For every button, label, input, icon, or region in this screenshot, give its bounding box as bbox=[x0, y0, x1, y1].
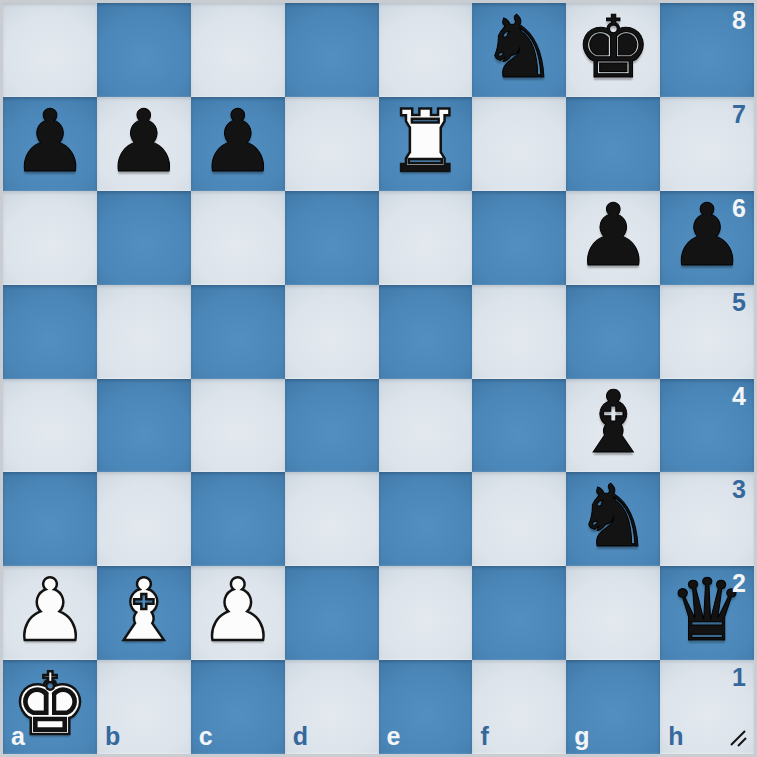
square-e6[interactable] bbox=[379, 191, 473, 285]
rank-label-3: 3 bbox=[732, 477, 746, 502]
square-e8[interactable] bbox=[379, 3, 473, 97]
file-label-e: e bbox=[387, 724, 401, 749]
square-g5[interactable] bbox=[566, 285, 660, 379]
file-label-d: d bbox=[293, 724, 308, 749]
square-a8[interactable] bbox=[3, 3, 97, 97]
piece-black-queen[interactable]: ♛ bbox=[669, 567, 746, 653]
square-h6[interactable]: ♟6 bbox=[660, 191, 754, 285]
square-a2[interactable]: ♟ bbox=[3, 566, 97, 660]
square-g1[interactable]: g bbox=[566, 660, 660, 754]
square-c3[interactable] bbox=[191, 472, 285, 566]
square-a4[interactable] bbox=[3, 379, 97, 473]
file-label-f: f bbox=[480, 724, 488, 749]
piece-black-bishop[interactable]: ♝ bbox=[575, 379, 652, 465]
piece-white-pawn[interactable]: ♟ bbox=[199, 567, 276, 653]
square-d1[interactable]: d bbox=[285, 660, 379, 754]
square-e3[interactable] bbox=[379, 472, 473, 566]
square-b2[interactable]: ♝ bbox=[97, 566, 191, 660]
piece-black-knight[interactable]: ♞ bbox=[481, 4, 558, 90]
square-c8[interactable] bbox=[191, 3, 285, 97]
piece-white-king[interactable]: ♚ bbox=[11, 661, 88, 747]
square-f4[interactable] bbox=[472, 379, 566, 473]
rank-label-4: 4 bbox=[732, 384, 746, 409]
square-c2[interactable]: ♟ bbox=[191, 566, 285, 660]
square-b4[interactable] bbox=[97, 379, 191, 473]
square-f7[interactable] bbox=[472, 97, 566, 191]
square-c1[interactable]: c bbox=[191, 660, 285, 754]
square-g3[interactable]: ♞ bbox=[566, 472, 660, 566]
square-f1[interactable]: f bbox=[472, 660, 566, 754]
square-d6[interactable] bbox=[285, 191, 379, 285]
file-label-c: c bbox=[199, 724, 213, 749]
piece-black-pawn[interactable]: ♟ bbox=[199, 98, 276, 184]
square-g6[interactable]: ♟ bbox=[566, 191, 660, 285]
square-e7[interactable]: ♜ bbox=[379, 97, 473, 191]
square-e1[interactable]: e bbox=[379, 660, 473, 754]
file-label-g: g bbox=[574, 724, 589, 749]
square-b3[interactable] bbox=[97, 472, 191, 566]
square-h1[interactable]: 1h bbox=[660, 660, 754, 754]
square-a7[interactable]: ♟ bbox=[3, 97, 97, 191]
piece-white-rook[interactable]: ♜ bbox=[387, 98, 464, 184]
square-g8[interactable]: ♚ bbox=[566, 3, 660, 97]
chess-board: ♞♚8♟♟♟♜7♟♟65♝4♞3♟♝♟♛2♚abcdefg1h bbox=[0, 0, 757, 757]
square-a5[interactable] bbox=[3, 285, 97, 379]
square-f8[interactable]: ♞ bbox=[472, 3, 566, 97]
square-a3[interactable] bbox=[3, 472, 97, 566]
square-d8[interactable] bbox=[285, 3, 379, 97]
square-d2[interactable] bbox=[285, 566, 379, 660]
square-d7[interactable] bbox=[285, 97, 379, 191]
square-f2[interactable] bbox=[472, 566, 566, 660]
square-h4[interactable]: 4 bbox=[660, 379, 754, 473]
square-g4[interactable]: ♝ bbox=[566, 379, 660, 473]
square-b1[interactable]: b bbox=[97, 660, 191, 754]
square-e5[interactable] bbox=[379, 285, 473, 379]
piece-black-pawn[interactable]: ♟ bbox=[575, 192, 652, 278]
rank-label-8: 8 bbox=[732, 8, 746, 33]
piece-black-knight[interactable]: ♞ bbox=[575, 473, 652, 559]
square-d3[interactable] bbox=[285, 472, 379, 566]
square-a6[interactable] bbox=[3, 191, 97, 285]
square-e2[interactable] bbox=[379, 566, 473, 660]
square-c4[interactable] bbox=[191, 379, 285, 473]
square-b5[interactable] bbox=[97, 285, 191, 379]
rank-label-5: 5 bbox=[732, 290, 746, 315]
square-h5[interactable]: 5 bbox=[660, 285, 754, 379]
square-f6[interactable] bbox=[472, 191, 566, 285]
piece-black-king[interactable]: ♚ bbox=[575, 4, 652, 90]
square-b6[interactable] bbox=[97, 191, 191, 285]
square-g2[interactable] bbox=[566, 566, 660, 660]
square-h2[interactable]: ♛2 bbox=[660, 566, 754, 660]
square-c5[interactable] bbox=[191, 285, 285, 379]
rank-label-1: 1 bbox=[732, 665, 746, 690]
square-d5[interactable] bbox=[285, 285, 379, 379]
piece-white-pawn[interactable]: ♟ bbox=[11, 567, 88, 653]
square-c6[interactable] bbox=[191, 191, 285, 285]
square-h8[interactable]: 8 bbox=[660, 3, 754, 97]
square-b8[interactable] bbox=[97, 3, 191, 97]
square-h7[interactable]: 7 bbox=[660, 97, 754, 191]
resize-handle-icon[interactable] bbox=[727, 727, 749, 749]
file-label-b: b bbox=[105, 724, 120, 749]
square-h3[interactable]: 3 bbox=[660, 472, 754, 566]
square-b7[interactable]: ♟ bbox=[97, 97, 191, 191]
rank-label-7: 7 bbox=[732, 102, 746, 127]
piece-black-pawn[interactable]: ♟ bbox=[105, 98, 182, 184]
square-a1[interactable]: ♚a bbox=[3, 660, 97, 754]
piece-black-pawn[interactable]: ♟ bbox=[11, 98, 88, 184]
square-f5[interactable] bbox=[472, 285, 566, 379]
piece-black-pawn[interactable]: ♟ bbox=[669, 192, 746, 278]
file-label-h: h bbox=[668, 724, 683, 749]
square-c7[interactable]: ♟ bbox=[191, 97, 285, 191]
square-e4[interactable] bbox=[379, 379, 473, 473]
square-g7[interactable] bbox=[566, 97, 660, 191]
square-f3[interactable] bbox=[472, 472, 566, 566]
piece-white-bishop[interactable]: ♝ bbox=[105, 567, 182, 653]
square-d4[interactable] bbox=[285, 379, 379, 473]
